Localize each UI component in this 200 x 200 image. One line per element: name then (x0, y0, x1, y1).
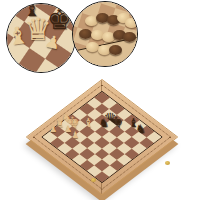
brass-latch (165, 161, 170, 165)
brass-latch (91, 178, 96, 182)
checker-disc-light (125, 18, 138, 28)
chess-board: ♝♞♛♚♞♝♞♚♜♟♟♟ (26, 79, 179, 195)
checker-disc-dark (123, 32, 136, 42)
checkers-closeup-inset (72, 1, 138, 67)
board-frame: ♝♞♛♚♞♝♞♚♜♟♟♟ (26, 79, 179, 195)
chess-closeup-inset: ♝♝♚♛♟ (6, 3, 76, 73)
checker-disc-dark (109, 45, 122, 55)
product-photo: ♝♝♚♛♟ ♝♞♛♚♞♝♞♚♜♟♟♟ (0, 0, 200, 200)
